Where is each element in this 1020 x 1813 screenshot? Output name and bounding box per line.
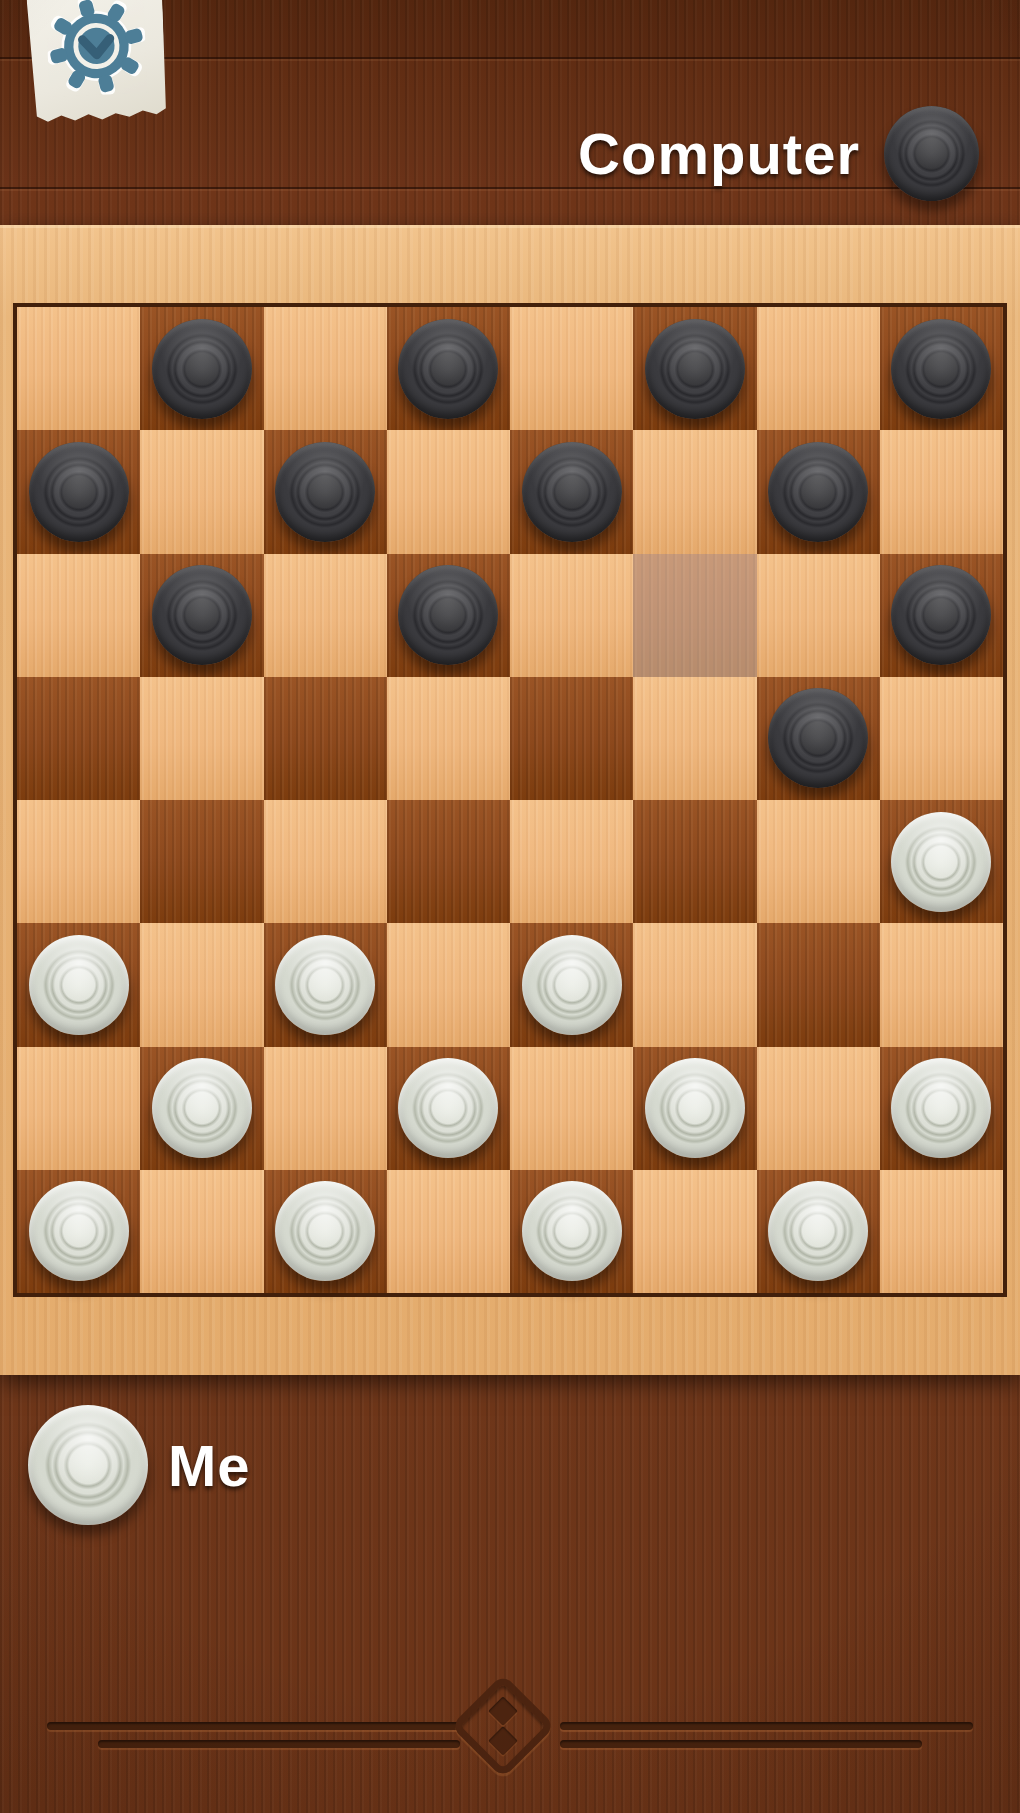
square-r8c7[interactable] [757,1170,880,1293]
square-r7c8[interactable] [880,1047,1003,1170]
white-checker[interactable] [29,1181,129,1281]
square-r1c1[interactable] [17,307,140,430]
square-r3c7[interactable] [757,554,880,677]
player-name-label: Me [168,1432,251,1499]
square-r1c3[interactable] [264,307,387,430]
dark-checker[interactable] [891,319,991,419]
square-r5c1[interactable] [17,800,140,923]
white-checker[interactable] [29,935,129,1035]
square-r6c1[interactable] [17,923,140,1046]
diamond-ornament-icon [451,1674,556,1779]
square-r4c7[interactable] [757,677,880,800]
square-r2c5[interactable] [510,430,633,553]
dark-checker[interactable] [891,565,991,665]
square-r3c6[interactable] [633,554,756,677]
square-r1c2[interactable] [140,307,263,430]
square-r3c5[interactable] [510,554,633,677]
board-frame [0,225,1020,1375]
square-r4c1[interactable] [17,677,140,800]
square-r1c6[interactable] [633,307,756,430]
white-checker[interactable] [275,1181,375,1281]
square-r2c7[interactable] [757,430,880,553]
square-r4c3[interactable] [264,677,387,800]
opponent-header: Computer [578,100,979,206]
square-r4c4[interactable] [387,677,510,800]
divider-line [98,1740,460,1748]
checkers-app-screen: Computer Me [0,0,1020,1813]
dark-checker[interactable] [398,319,498,419]
square-r8c6[interactable] [633,1170,756,1293]
square-r6c6[interactable] [633,923,756,1046]
white-checker[interactable] [522,1181,622,1281]
white-checker[interactable] [645,1058,745,1158]
white-checker[interactable] [522,935,622,1035]
white-checker[interactable] [275,935,375,1035]
dark-checker[interactable] [152,319,252,419]
square-r8c8[interactable] [880,1170,1003,1293]
square-r1c5[interactable] [510,307,633,430]
square-r5c6[interactable] [633,800,756,923]
square-r1c7[interactable] [757,307,880,430]
square-r8c3[interactable] [264,1170,387,1293]
square-r8c2[interactable] [140,1170,263,1293]
dark-checker[interactable] [645,319,745,419]
square-r7c1[interactable] [17,1047,140,1170]
square-r3c2[interactable] [140,554,263,677]
white-checker[interactable] [398,1058,498,1158]
square-r7c3[interactable] [264,1047,387,1170]
square-r7c2[interactable] [140,1047,263,1170]
square-r2c4[interactable] [387,430,510,553]
dark-checker[interactable] [275,442,375,542]
square-r6c4[interactable] [387,923,510,1046]
square-r5c3[interactable] [264,800,387,923]
square-r3c8[interactable] [880,554,1003,677]
square-r6c7[interactable] [757,923,880,1046]
square-r2c2[interactable] [140,430,263,553]
square-r5c4[interactable] [387,800,510,923]
square-r6c5[interactable] [510,923,633,1046]
dark-checker[interactable] [768,442,868,542]
divider-line [47,1722,460,1730]
square-r5c5[interactable] [510,800,633,923]
square-r3c4[interactable] [387,554,510,677]
square-r1c8[interactable] [880,307,1003,430]
square-r2c3[interactable] [264,430,387,553]
square-r4c2[interactable] [140,677,263,800]
player-piece-icon [28,1405,148,1525]
square-r3c1[interactable] [17,554,140,677]
square-r7c5[interactable] [510,1047,633,1170]
square-r5c7[interactable] [757,800,880,923]
square-r4c6[interactable] [633,677,756,800]
square-r4c8[interactable] [880,677,1003,800]
divider-line [560,1722,973,1730]
square-r6c8[interactable] [880,923,1003,1046]
dark-checker[interactable] [768,688,868,788]
square-r1c4[interactable] [387,307,510,430]
square-r4c5[interactable] [510,677,633,800]
player-row: Me [28,1405,251,1525]
white-checker[interactable] [891,1058,991,1158]
checkers-board [13,303,1007,1297]
square-r6c3[interactable] [264,923,387,1046]
square-r6c2[interactable] [140,923,263,1046]
white-checker[interactable] [768,1181,868,1281]
square-r7c6[interactable] [633,1047,756,1170]
square-r5c2[interactable] [140,800,263,923]
dark-checker[interactable] [398,565,498,665]
square-r8c1[interactable] [17,1170,140,1293]
square-r2c8[interactable] [880,430,1003,553]
dark-checker[interactable] [152,565,252,665]
square-r8c5[interactable] [510,1170,633,1293]
bottom-divider [0,1685,1020,1785]
divider-line [560,1740,922,1748]
dark-checker[interactable] [29,442,129,542]
opponent-piece-icon [884,106,979,201]
white-checker[interactable] [152,1058,252,1158]
square-r2c1[interactable] [17,430,140,553]
square-r7c7[interactable] [757,1047,880,1170]
opponent-name-label: Computer [578,120,860,187]
square-r2c6[interactable] [633,430,756,553]
settings-gear-icon [45,0,147,97]
square-r3c3[interactable] [264,554,387,677]
dark-checker[interactable] [522,442,622,542]
square-r5c8[interactable] [880,800,1003,923]
square-r7c4[interactable] [387,1047,510,1170]
white-checker[interactable] [891,812,991,912]
square-r8c4[interactable] [387,1170,510,1293]
